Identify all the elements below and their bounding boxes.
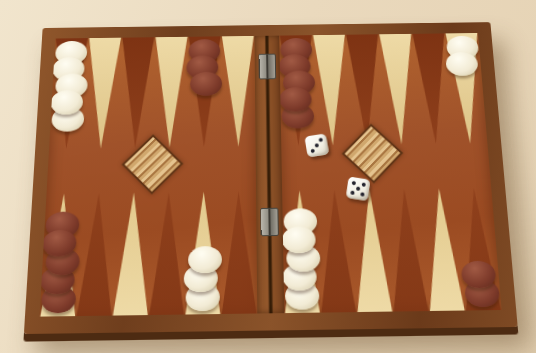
point[interactable] bbox=[112, 192, 151, 315]
die-pip bbox=[360, 193, 365, 198]
point[interactable] bbox=[379, 34, 419, 145]
point[interactable] bbox=[148, 192, 186, 315]
die-pip bbox=[315, 143, 320, 147]
die-pip bbox=[351, 181, 355, 186]
point[interactable] bbox=[312, 35, 350, 146]
point[interactable] bbox=[221, 191, 257, 314]
point[interactable] bbox=[221, 36, 255, 147]
point[interactable] bbox=[317, 190, 357, 313]
hinge-bottom bbox=[260, 207, 279, 236]
die-pip bbox=[310, 149, 315, 153]
checker-stack-white[interactable] bbox=[445, 36, 481, 76]
checker-stack-brown[interactable] bbox=[462, 261, 501, 308]
brown-checker[interactable] bbox=[190, 72, 222, 96]
point[interactable] bbox=[387, 189, 430, 312]
board-half-right bbox=[279, 33, 501, 313]
point[interactable] bbox=[352, 189, 393, 312]
point[interactable] bbox=[152, 37, 188, 148]
board-interior bbox=[40, 33, 502, 317]
die-pip bbox=[362, 182, 366, 187]
hinge-top bbox=[258, 54, 276, 80]
point[interactable] bbox=[422, 188, 466, 311]
checker-stack-white[interactable] bbox=[50, 41, 88, 132]
checker-stack-white[interactable] bbox=[185, 246, 220, 311]
backgammon-board bbox=[24, 22, 518, 334]
die-pip bbox=[350, 191, 355, 196]
checker-stack-brown[interactable] bbox=[280, 38, 315, 129]
die-pip bbox=[356, 187, 360, 192]
die[interactable] bbox=[304, 133, 329, 157]
white-checker[interactable] bbox=[188, 246, 222, 273]
table-surface bbox=[0, 0, 536, 353]
white-checker[interactable] bbox=[445, 52, 479, 76]
board-half-left bbox=[40, 36, 258, 317]
point[interactable] bbox=[83, 38, 121, 149]
checker-stack-brown[interactable] bbox=[40, 211, 80, 313]
die[interactable] bbox=[346, 177, 371, 202]
checker-stack-brown[interactable] bbox=[188, 39, 221, 96]
point[interactable] bbox=[118, 37, 155, 148]
die-pip bbox=[319, 137, 324, 141]
checker-stack-white[interactable] bbox=[283, 208, 320, 310]
point[interactable] bbox=[76, 193, 117, 316]
